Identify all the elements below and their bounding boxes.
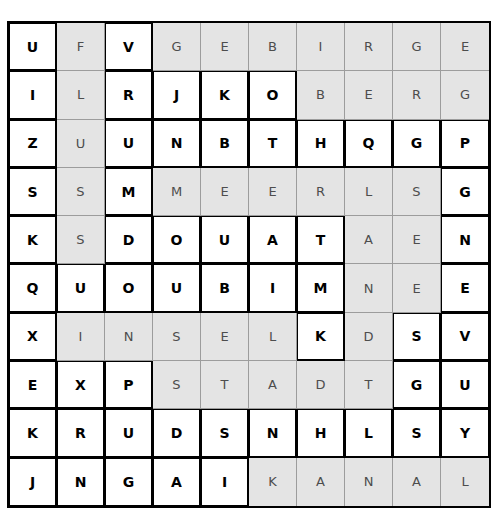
grid-cell[interactable]: P xyxy=(105,361,153,409)
grid-cell[interactable]: K xyxy=(9,216,57,264)
grid-cell[interactable]: T xyxy=(297,216,345,264)
grid-cell[interactable]: G xyxy=(393,361,441,409)
grid-cell[interactable]: N xyxy=(105,313,153,361)
grid-cell[interactable]: U xyxy=(57,120,105,168)
grid-cell[interactable]: B xyxy=(201,264,249,312)
grid-cell[interactable]: B xyxy=(201,120,249,168)
grid-cell[interactable]: Q xyxy=(9,264,57,312)
grid-cell[interactable]: N xyxy=(441,216,489,264)
grid-cell[interactable]: U xyxy=(57,264,105,312)
grid-cell[interactable]: K xyxy=(249,458,297,506)
grid-cell[interactable]: K xyxy=(201,71,249,119)
grid-cell[interactable]: S xyxy=(153,361,201,409)
grid-cell[interactable]: U xyxy=(105,120,153,168)
grid-cell[interactable]: R xyxy=(105,71,153,119)
grid-cell[interactable]: T xyxy=(201,361,249,409)
grid-cell[interactable]: L xyxy=(57,71,105,119)
grid-cell[interactable]: I xyxy=(249,264,297,312)
grid-cell[interactable]: N xyxy=(57,458,105,506)
grid-cell[interactable]: S xyxy=(9,168,57,216)
grid-cell[interactable]: A xyxy=(153,458,201,506)
grid-cell[interactable]: I xyxy=(9,71,57,119)
grid-cell[interactable]: E xyxy=(393,216,441,264)
grid-cell[interactable]: U xyxy=(201,216,249,264)
grid-cell[interactable]: O xyxy=(105,264,153,312)
grid-cell[interactable]: M xyxy=(105,168,153,216)
grid-cell[interactable]: G xyxy=(441,71,489,119)
grid-cell[interactable]: R xyxy=(57,409,105,457)
grid-cell[interactable]: N xyxy=(153,120,201,168)
grid-cell[interactable]: U xyxy=(9,23,57,71)
grid-cell[interactable]: P xyxy=(441,120,489,168)
grid-cell[interactable]: H xyxy=(297,120,345,168)
grid-cell[interactable]: L xyxy=(249,313,297,361)
grid-cell[interactable]: N xyxy=(345,264,393,312)
grid-cell[interactable]: A xyxy=(345,216,393,264)
grid-cell[interactable]: G xyxy=(393,120,441,168)
grid-cell[interactable]: E xyxy=(201,168,249,216)
grid-cell[interactable]: G xyxy=(105,458,153,506)
grid-cell[interactable]: S xyxy=(393,313,441,361)
grid-cell[interactable]: F xyxy=(57,23,105,71)
grid-cell[interactable]: O xyxy=(153,216,201,264)
grid-cell[interactable]: L xyxy=(441,458,489,506)
grid-cell[interactable]: M xyxy=(297,264,345,312)
grid-cell[interactable]: D xyxy=(105,216,153,264)
grid-cell[interactable]: L xyxy=(345,168,393,216)
grid-cell[interactable]: A xyxy=(249,361,297,409)
grid-cell[interactable]: J xyxy=(9,458,57,506)
grid-cell[interactable]: Z xyxy=(9,120,57,168)
grid-cell[interactable]: U xyxy=(441,361,489,409)
grid-cell[interactable]: Q xyxy=(345,120,393,168)
grid-cell[interactable]: E xyxy=(441,264,489,312)
grid-cell[interactable]: E xyxy=(249,168,297,216)
grid-cell[interactable]: Y xyxy=(441,409,489,457)
grid-cell[interactable]: E xyxy=(345,71,393,119)
grid-cell[interactable]: I xyxy=(201,458,249,506)
grid-cell[interactable]: S xyxy=(57,168,105,216)
grid-cell[interactable]: L xyxy=(345,409,393,457)
grid-cell[interactable]: G xyxy=(393,23,441,71)
grid-cell[interactable]: N xyxy=(345,458,393,506)
grid-cell[interactable]: T xyxy=(249,120,297,168)
grid-cell[interactable]: K xyxy=(297,313,345,361)
grid-cell[interactable]: G xyxy=(441,168,489,216)
grid-cell[interactable]: B xyxy=(297,71,345,119)
grid-cell[interactable]: I xyxy=(297,23,345,71)
grid-cell[interactable]: U xyxy=(153,264,201,312)
word-search-page: UFVGEBIRGEILRJKOBERGZUUNBTHQGPSSMMEERLSG… xyxy=(0,0,500,520)
grid-cell[interactable]: S xyxy=(393,168,441,216)
grid-cell[interactable]: J xyxy=(153,71,201,119)
grid-cell[interactable]: K xyxy=(9,409,57,457)
grid-cell[interactable]: D xyxy=(345,313,393,361)
grid-cell[interactable]: V xyxy=(441,313,489,361)
grid-cell[interactable]: D xyxy=(297,361,345,409)
grid-cell[interactable]: O xyxy=(249,71,297,119)
grid-cell[interactable]: G xyxy=(153,23,201,71)
grid-cell[interactable]: X xyxy=(9,313,57,361)
grid-cell[interactable]: D xyxy=(153,409,201,457)
grid-cell[interactable]: B xyxy=(249,23,297,71)
grid-cell[interactable]: U xyxy=(105,409,153,457)
grid-cell[interactable]: T xyxy=(345,361,393,409)
grid-cell[interactable]: E xyxy=(201,313,249,361)
grid-cell[interactable]: S xyxy=(393,409,441,457)
grid-cell[interactable]: X xyxy=(57,361,105,409)
grid-cell[interactable]: H xyxy=(297,409,345,457)
grid-cell[interactable]: N xyxy=(249,409,297,457)
grid-cell[interactable]: E xyxy=(441,23,489,71)
grid-cell[interactable]: I xyxy=(57,313,105,361)
grid-cell[interactable]: V xyxy=(105,23,153,71)
grid-cell[interactable]: A xyxy=(249,216,297,264)
grid-cell[interactable]: A xyxy=(297,458,345,506)
grid-cell[interactable]: E xyxy=(9,361,57,409)
grid-cell[interactable]: E xyxy=(393,264,441,312)
grid-cell[interactable]: R xyxy=(297,168,345,216)
grid-cell[interactable]: R xyxy=(393,71,441,119)
grid-cell[interactable]: R xyxy=(345,23,393,71)
grid-cell[interactable]: S xyxy=(201,409,249,457)
grid-cell[interactable]: E xyxy=(201,23,249,71)
word-search-grid: UFVGEBIRGEILRJKOBERGZUUNBTHQGPSSMMEERLSG… xyxy=(7,21,491,508)
grid-cell[interactable]: A xyxy=(393,458,441,506)
grid-cell[interactable]: M xyxy=(153,168,201,216)
grid-cell[interactable]: S xyxy=(153,313,201,361)
grid-cell[interactable]: S xyxy=(57,216,105,264)
